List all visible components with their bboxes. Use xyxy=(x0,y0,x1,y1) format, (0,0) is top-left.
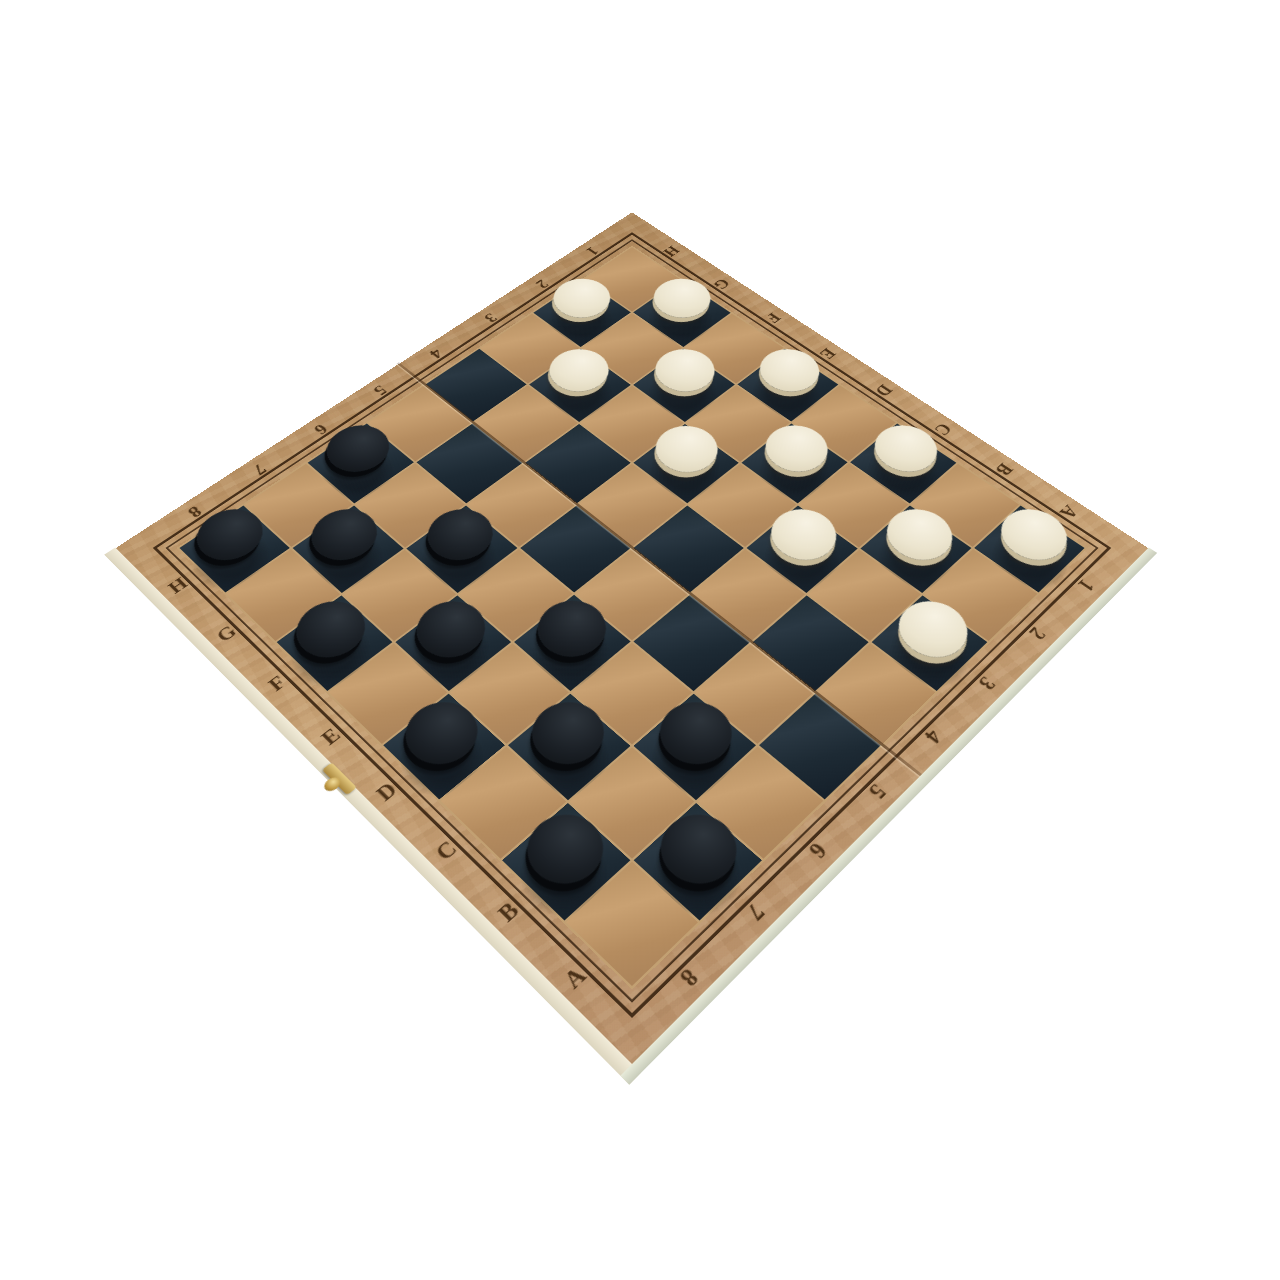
playing-area xyxy=(177,246,1088,990)
piece-white-b2[interactable] xyxy=(873,499,965,571)
perspective-wrapper: HH11GG22FF33EE44DD55CC66BB77AA88 xyxy=(267,183,997,913)
board-photo: HH11GG22FF33EE44DD55CC66BB77AA88 xyxy=(0,0,1280,1280)
checkers-board: HH11GG22FF33EE44DD55CC66BB77AA88 xyxy=(116,212,1148,1064)
square-c3[interactable] xyxy=(747,505,858,592)
